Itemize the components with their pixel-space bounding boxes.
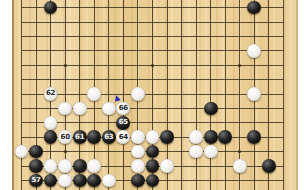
go-stone-white: 66 [116, 102, 130, 116]
star-point [238, 150, 241, 153]
board-grid-line [22, 22, 285, 23]
board-grid-line [181, 0, 182, 190]
go-stone-white [204, 145, 218, 159]
go-stone-black: 61 [73, 130, 87, 144]
go-stone-white [233, 159, 247, 173]
go-stone-white [102, 174, 116, 188]
go-stone-white [247, 44, 261, 58]
go-stone-black [247, 1, 261, 15]
go-stone-black [262, 159, 276, 173]
go-stone-white [131, 87, 145, 101]
go-stone-black [87, 174, 101, 188]
triangle-marker-icon [114, 95, 122, 103]
go-stone-black [160, 130, 174, 144]
go-stone-white [87, 159, 101, 173]
board-grid-line [22, 50, 285, 51]
go-stone-white [44, 159, 58, 173]
go-stone-black [204, 102, 218, 116]
go-stone-white [73, 102, 87, 116]
go-stone-black [44, 1, 58, 15]
board-right-edge-shade [296, 0, 298, 190]
go-stone-white [131, 145, 145, 159]
go-stone-white [87, 87, 101, 101]
go-stone-white [247, 87, 261, 101]
board-grid-line [22, 79, 285, 80]
go-stone-black [87, 130, 101, 144]
go-board[interactable]: 6266656061636457 [12, 0, 298, 190]
go-app-screenshot: 6266656061636457 [0, 0, 304, 190]
board-grid-line [21, 0, 22, 190]
go-stone-black [131, 174, 145, 188]
move-number-label: 65 [119, 119, 128, 126]
go-stone-black [73, 174, 87, 188]
go-stone-white [189, 145, 203, 159]
go-stone-black: 65 [116, 116, 130, 130]
move-number-label: 60 [61, 134, 70, 141]
go-stone-black [204, 130, 218, 144]
board-grid-line [283, 0, 284, 190]
star-point [64, 64, 67, 67]
go-stone-white: 60 [58, 130, 72, 144]
move-number-label: 61 [75, 134, 84, 141]
board-grid-line [22, 122, 285, 123]
go-stone-white: 62 [44, 87, 58, 101]
go-stone-black [29, 159, 43, 173]
go-stone-white: 64 [116, 130, 130, 144]
move-number-label: 66 [119, 105, 128, 112]
board-grid-line [22, 7, 285, 8]
go-stone-black [146, 145, 160, 159]
go-stone-black [29, 145, 43, 159]
move-number-label: 62 [46, 90, 55, 97]
go-stone-white [58, 159, 72, 173]
go-stone-white [102, 102, 116, 116]
go-stone-black: 57 [29, 174, 43, 188]
go-stone-white [131, 130, 145, 144]
star-point [64, 150, 67, 153]
move-number-label: 63 [104, 134, 113, 141]
board-grid-line [22, 94, 285, 95]
go-stone-black [146, 174, 160, 188]
go-stone-white [15, 145, 29, 159]
board-grid-line [22, 36, 285, 37]
go-stone-black [44, 174, 58, 188]
board-left-edge-shade [12, 0, 14, 190]
go-stone-white [58, 174, 72, 188]
board-grid-line [196, 0, 197, 190]
board-grid-line [225, 0, 226, 190]
go-stone-white [189, 130, 203, 144]
go-stone-black: 63 [102, 130, 116, 144]
star-point [151, 64, 154, 67]
go-stone-black [218, 130, 232, 144]
go-stone-black [146, 159, 160, 173]
go-stone-white [58, 102, 72, 116]
go-stone-black [247, 130, 261, 144]
board-grid-line [108, 0, 109, 190]
go-stone-white [131, 159, 145, 173]
go-stone-white [44, 116, 58, 130]
go-stone-black [73, 159, 87, 173]
board-grid-line [123, 0, 124, 190]
go-stone-white [160, 159, 174, 173]
star-point [238, 64, 241, 67]
go-stone-white [146, 130, 160, 144]
board-grid-line [210, 0, 211, 190]
go-stone-black [44, 130, 58, 144]
move-number-label: 57 [31, 177, 40, 184]
move-number-label: 64 [119, 134, 128, 141]
